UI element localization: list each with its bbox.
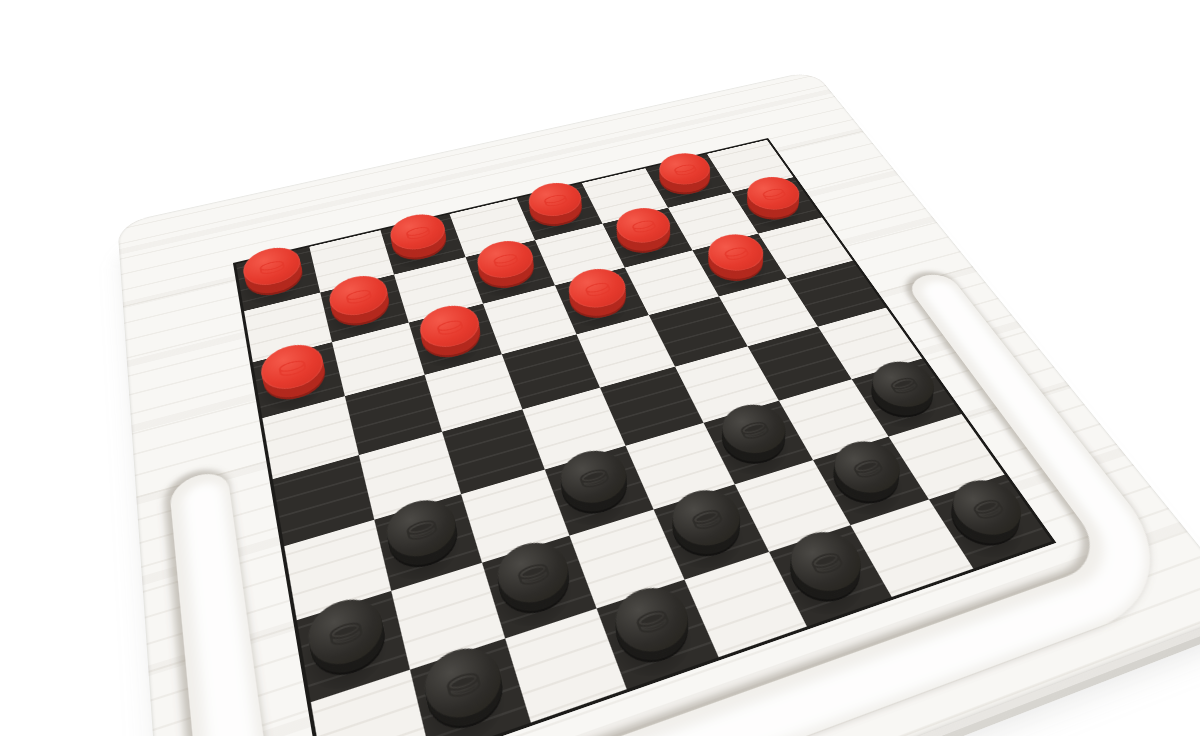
perspective-stage: ⛀⛀⛀⛀⛀⛀⛀⛀⛀⛀⛀⛀⛂⛂⛂⛂⛂⛂⛂⛂⛂⛂⛂⛂ (0, 0, 1200, 736)
black-checker[interactable]: ⛂ (713, 410, 795, 473)
red-checker[interactable]: ⛀ (701, 240, 772, 287)
product-photo-scene: ⛀⛀⛀⛀⛀⛀⛀⛀⛀⛀⛀⛀⛂⛂⛂⛂⛂⛂⛂⛂⛂⛂⛂⛂ (0, 0, 1200, 736)
red-checker[interactable]: ⛀ (739, 183, 807, 225)
checkers-board: ⛀⛀⛀⛀⛀⛀⛀⛀⛀⛀⛀⛀⛂⛂⛂⛂⛂⛂⛂⛂⛂⛂⛂⛂ (117, 70, 1200, 736)
